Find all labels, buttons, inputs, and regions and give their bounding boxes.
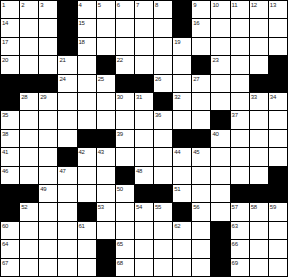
cell-r5c6[interactable]: 25 [97,75,115,92]
clue-number: 67 [2,259,8,267]
cell-r9c10[interactable]: 44 [173,148,191,165]
cell-r6c12[interactable] [211,93,229,110]
cell-r14c5[interactable] [78,240,96,257]
clue-number: 61 [79,222,85,230]
black-square-r5c7 [116,75,134,92]
clue-number: 16 [193,19,199,27]
clue-number: 5 [98,1,101,9]
black-square-r5c14 [250,75,268,92]
clue-number: 23 [212,56,218,64]
cell-r1c9[interactable]: 8 [154,1,172,18]
cell-r5c11[interactable]: 27 [192,75,210,92]
cell-r5c13[interactable] [231,75,249,92]
clue-number: 43 [98,148,104,156]
cell-r10c4[interactable]: 47 [58,167,76,184]
cell-r10c6[interactable] [97,167,115,184]
clue-number: 14 [2,19,8,27]
cell-r12c8[interactable]: 54 [135,203,153,220]
cell-r15c10[interactable] [173,259,191,276]
cell-r1c15[interactable]: 13 [269,1,287,18]
black-square-r15c6 [97,259,115,276]
cell-r7c4[interactable] [58,111,76,128]
black-square-r8c6 [97,130,115,147]
cell-r2c9[interactable] [154,19,172,36]
cell-r15c13[interactable]: 69 [231,259,249,276]
clue-number: 51 [174,185,180,193]
clue-number: 68 [117,259,123,267]
cell-r9c14[interactable] [250,148,268,165]
cell-r3c11[interactable] [192,38,210,55]
cell-r3c13[interactable] [231,38,249,55]
cell-r13c1[interactable]: 60 [1,222,19,239]
cell-r13c15[interactable] [269,222,287,239]
clue-number: 10 [212,1,218,9]
clue-number: 19 [174,38,180,46]
black-square-r11c1 [1,185,19,202]
cell-r7c2[interactable] [20,111,38,128]
cell-r5c10[interactable] [173,75,191,92]
black-square-r10c7 [116,167,134,184]
cell-r15c11[interactable] [192,259,210,276]
cell-r6c8[interactable]: 31 [135,93,153,110]
clue-number: 58 [251,203,257,211]
cell-r15c2[interactable] [20,259,38,276]
cell-r11c4[interactable] [58,185,76,202]
cell-r1c13[interactable]: 11 [231,1,249,18]
cell-r15c5[interactable] [78,259,96,276]
cell-r3c14[interactable] [250,38,268,55]
cell-r14c1[interactable]: 64 [1,240,19,257]
cell-r1c1[interactable]: 1 [1,1,19,18]
cell-r9c9[interactable] [154,148,172,165]
clue-number: 52 [21,203,27,211]
cell-r3c10[interactable]: 19 [173,38,191,55]
cell-r1c14[interactable]: 12 [250,1,268,18]
cell-r2c7[interactable] [116,19,134,36]
cell-r12c14[interactable]: 58 [250,203,268,220]
clue-number: 38 [2,130,8,138]
cell-r15c7[interactable]: 68 [116,259,134,276]
clue-number: 4 [79,1,82,9]
cell-r3c9[interactable] [154,38,172,55]
cell-r4c4[interactable]: 21 [58,56,76,73]
cell-r10c1[interactable]: 46 [1,167,19,184]
cell-r14c14[interactable] [250,240,268,257]
cell-r10c11[interactable] [192,167,210,184]
cell-r11c5[interactable] [78,185,96,202]
cell-r4c5[interactable] [78,56,96,73]
black-square-r11c13 [231,185,249,202]
clue-number: 24 [59,75,65,83]
cell-r7c11[interactable] [192,111,210,128]
cell-r9c8[interactable] [135,148,153,165]
cell-r13c14[interactable] [250,222,268,239]
clue-number: 49 [40,185,46,193]
cell-r1c11[interactable]: 9 [192,1,210,18]
black-square-r5c2 [20,75,38,92]
clue-number: 57 [232,203,238,211]
black-square-r6c9 [154,93,172,110]
cell-r12c6[interactable]: 53 [97,203,115,220]
black-square-r11c9 [154,185,172,202]
clue-number: 17 [2,38,8,46]
clue-number: 44 [174,148,180,156]
cell-r7c10[interactable] [173,111,191,128]
black-square-r11c8 [135,185,153,202]
cell-r12c9[interactable]: 55 [154,203,172,220]
cell-r14c8[interactable] [135,240,153,257]
clue-number: 13 [270,1,276,9]
clue-number: 42 [79,148,85,156]
clue-number: 8 [155,1,158,9]
cell-r3c5[interactable]: 18 [78,38,96,55]
cell-r1c7[interactable]: 6 [116,1,134,18]
black-square-r8c10 [173,130,191,147]
clue-number: 3 [40,1,43,9]
clue-number: 27 [193,75,199,83]
cell-r15c1[interactable]: 67 [1,259,19,276]
cell-r2c2[interactable] [20,19,38,36]
cell-r10c14[interactable] [250,167,268,184]
cell-r3c2[interactable] [20,38,38,55]
cell-r6c13[interactable] [231,93,249,110]
clue-number: 21 [59,56,65,64]
cell-r7c1[interactable]: 35 [1,111,19,128]
cell-r7c7[interactable] [116,111,134,128]
clue-number: 54 [136,203,142,211]
cell-r6c6[interactable] [97,93,115,110]
black-square-r4c6 [97,56,115,73]
cell-r9c3[interactable] [39,148,57,165]
clue-number: 64 [2,240,8,248]
cell-r14c7[interactable]: 65 [116,240,134,257]
cell-r7c13[interactable]: 37 [231,111,249,128]
black-square-r10c15 [269,167,287,184]
cell-r3c3[interactable] [39,38,57,55]
cell-r15c14[interactable] [250,259,268,276]
cell-r14c13[interactable]: 66 [231,240,249,257]
clue-number: 56 [193,203,199,211]
cell-r1c2[interactable]: 2 [20,1,38,18]
clue-number: 6 [117,1,120,9]
cell-r6c10[interactable]: 32 [173,93,191,110]
black-square-r11c14 [250,185,268,202]
clue-number: 53 [98,203,104,211]
black-square-r5c1 [1,75,19,92]
clue-number: 69 [232,259,238,267]
cell-r12c2[interactable]: 52 [20,203,38,220]
black-square-r11c15 [269,185,287,202]
cell-r2c5[interactable]: 15 [78,19,96,36]
cell-r8c15[interactable] [269,130,287,147]
cell-r9c11[interactable]: 45 [192,148,210,165]
black-square-r5c3 [39,75,57,92]
cell-r10c9[interactable] [154,167,172,184]
cell-r12c4[interactable] [58,203,76,220]
clue-number: 7 [136,1,139,9]
cell-r3c7[interactable] [116,38,134,55]
cell-r11c7[interactable]: 50 [116,185,134,202]
cell-r2c15[interactable] [269,19,287,36]
cell-r5c5[interactable] [78,75,96,92]
cell-r11c11[interactable] [192,185,210,202]
clue-number: 34 [270,93,276,101]
cell-r6c4[interactable] [58,93,76,110]
cell-r14c9[interactable] [154,240,172,257]
cell-r1c8[interactable]: 7 [135,1,153,18]
clue-number: 62 [174,222,180,230]
clue-number: 9 [193,1,196,9]
clue-number: 65 [117,240,123,248]
cell-r9c2[interactable] [20,148,38,165]
cell-r5c12[interactable] [211,75,229,92]
cell-r13c7[interactable] [116,222,134,239]
clue-number: 60 [2,222,8,230]
clue-number: 48 [136,167,142,175]
cell-r4c12[interactable]: 23 [211,56,229,73]
cell-r9c12[interactable] [211,148,229,165]
cell-r9c1[interactable]: 41 [1,148,19,165]
clue-number: 59 [270,203,276,211]
cell-r4c7[interactable]: 22 [116,56,134,73]
clue-number: 11 [232,1,238,9]
cell-r4c1[interactable]: 20 [1,56,19,73]
clue-number: 20 [2,56,8,64]
cell-r7c8[interactable] [135,111,153,128]
clue-number: 2 [21,1,24,9]
cell-r6c2[interactable]: 28 [20,93,38,110]
clue-number: 35 [2,111,8,119]
black-square-r2c4 [58,19,76,36]
black-square-r14c12 [211,240,229,257]
cell-r10c2[interactable] [20,167,38,184]
cell-r13c4[interactable] [58,222,76,239]
clue-number: 39 [117,130,123,138]
cell-r13c13[interactable]: 63 [231,222,249,239]
clue-number: 47 [59,167,65,175]
black-square-r5c8 [135,75,153,92]
cell-r12c3[interactable] [39,203,57,220]
cell-r14c2[interactable] [20,240,38,257]
black-square-r8c11 [192,130,210,147]
clue-number: 40 [212,130,218,138]
cell-r8c8[interactable] [135,130,153,147]
cell-r7c6[interactable] [97,111,115,128]
cell-r13c9[interactable] [154,222,172,239]
cell-r14c15[interactable] [269,240,287,257]
cell-r10c10[interactable] [173,167,191,184]
cell-r10c5[interactable] [78,167,96,184]
cell-r6c15[interactable]: 34 [269,93,287,110]
cell-r3c12[interactable] [211,38,229,55]
cell-r9c6[interactable]: 43 [97,148,115,165]
cell-r1c5[interactable]: 4 [78,1,96,18]
black-square-r7c12 [211,111,229,128]
cell-r1c6[interactable]: 5 [97,1,115,18]
cell-r2c13[interactable] [231,19,249,36]
cell-r9c7[interactable] [116,148,134,165]
cell-r13c10[interactable]: 62 [173,222,191,239]
cell-r3c15[interactable] [269,38,287,55]
clue-number: 36 [155,111,161,119]
cell-r6c7[interactable]: 30 [116,93,134,110]
black-square-r12c1 [1,203,19,220]
cell-r13c3[interactable] [39,222,57,239]
cell-r15c4[interactable] [58,259,76,276]
clue-number: 22 [117,56,123,64]
cell-r8c9[interactable] [154,130,172,147]
cell-r4c14[interactable] [250,56,268,73]
cell-r2c12[interactable] [211,19,229,36]
cell-r7c9[interactable]: 36 [154,111,172,128]
black-square-r13c12 [211,222,229,239]
cell-r7c3[interactable] [39,111,57,128]
clue-number: 12 [251,1,257,9]
black-square-r9c4 [58,148,76,165]
clue-number: 32 [174,93,180,101]
clue-number: 55 [155,203,161,211]
black-square-r4c11 [192,56,210,73]
cell-r13c2[interactable] [20,222,38,239]
black-square-r1c4 [58,1,76,18]
clue-number: 33 [251,93,257,101]
black-square-r2c10 [173,19,191,36]
black-square-r8c5 [78,130,96,147]
cell-r15c8[interactable] [135,259,153,276]
cell-r6c5[interactable] [78,93,96,110]
cell-r4c10[interactable] [173,56,191,73]
cell-r2c1[interactable]: 14 [1,19,19,36]
cell-r8c4[interactable] [58,130,76,147]
cell-r7c15[interactable] [269,111,287,128]
cell-r3c8[interactable] [135,38,153,55]
clue-number: 25 [98,75,104,83]
black-square-r11c2 [20,185,38,202]
clue-number: 46 [2,167,8,175]
clue-number: 66 [232,240,238,248]
cell-r13c11[interactable] [192,222,210,239]
cell-r5c9[interactable]: 26 [154,75,172,92]
cell-r8c7[interactable]: 39 [116,130,134,147]
cell-r9c5[interactable]: 42 [78,148,96,165]
cell-r8c14[interactable] [250,130,268,147]
clue-number: 18 [79,38,85,46]
cell-r4c2[interactable] [20,56,38,73]
clue-number: 29 [40,93,46,101]
cell-r12c7[interactable] [116,203,134,220]
cell-r12c11[interactable]: 56 [192,203,210,220]
cell-r12c12[interactable] [211,203,229,220]
cell-r8c3[interactable] [39,130,57,147]
cell-r15c9[interactable] [154,259,172,276]
cell-r1c3[interactable]: 3 [39,1,57,18]
cell-r3c6[interactable] [97,38,115,55]
cell-r10c8[interactable]: 48 [135,167,153,184]
cell-r13c6[interactable] [97,222,115,239]
cell-r1c12[interactable]: 10 [211,1,229,18]
cell-r6c14[interactable]: 33 [250,93,268,110]
black-square-r5c15 [269,75,287,92]
clue-number: 37 [232,111,238,119]
clue-number: 30 [117,93,123,101]
cell-r12c15[interactable]: 59 [269,203,287,220]
cell-r9c15[interactable] [269,148,287,165]
cell-r4c8[interactable] [135,56,153,73]
clue-number: 41 [2,148,8,156]
black-square-r14c6 [97,240,115,257]
cell-r11c10[interactable]: 51 [173,185,191,202]
cell-r4c9[interactable] [154,56,172,73]
cell-r9c13[interactable] [231,148,249,165]
cell-r13c8[interactable] [135,222,153,239]
cell-r2c8[interactable] [135,19,153,36]
cell-r8c12[interactable]: 40 [211,130,229,147]
cell-r15c15[interactable] [269,259,287,276]
black-square-r12c10 [173,203,191,220]
cell-r14c4[interactable] [58,240,76,257]
cell-r11c6[interactable] [97,185,115,202]
cell-r2c11[interactable]: 16 [192,19,210,36]
cell-r14c3[interactable] [39,240,57,257]
cell-r8c1[interactable]: 38 [1,130,19,147]
clue-number: 26 [155,75,161,83]
cell-r2c3[interactable] [39,19,57,36]
cell-r10c13[interactable] [231,167,249,184]
cell-r2c14[interactable] [250,19,268,36]
cell-r5c4[interactable]: 24 [58,75,76,92]
cell-r8c13[interactable] [231,130,249,147]
cell-r13c5[interactable]: 61 [78,222,96,239]
clue-number: 28 [21,93,27,101]
cell-r3c1[interactable]: 17 [1,38,19,55]
cell-r11c3[interactable]: 49 [39,185,57,202]
cell-r11c12[interactable] [211,185,229,202]
black-square-r15c12 [211,259,229,276]
clue-number: 50 [117,185,123,193]
cell-r2c6[interactable] [97,19,115,36]
cell-r15c3[interactable] [39,259,57,276]
black-square-r1c10 [173,1,191,18]
clue-number: 45 [193,148,199,156]
black-square-r6c1 [1,93,19,110]
cell-r4c13[interactable] [231,56,249,73]
cell-r6c3[interactable]: 29 [39,93,57,110]
black-square-r12c5 [78,203,96,220]
cell-r7c14[interactable] [250,111,268,128]
cell-r4c3[interactable] [39,56,57,73]
cell-r12c13[interactable]: 57 [231,203,249,220]
cell-r14c10[interactable] [173,240,191,257]
clue-number: 15 [79,19,85,27]
clue-number: 31 [136,93,142,101]
cell-r6c11[interactable] [192,93,210,110]
cell-r10c3[interactable] [39,167,57,184]
black-square-r4c15 [269,56,287,73]
cell-r8c2[interactable] [20,130,38,147]
clue-number: 63 [232,222,238,230]
cell-r10c12[interactable] [211,167,229,184]
clue-number: 1 [2,1,5,9]
crossword-grid: 1234567891011121314151617181920212223242… [0,0,288,277]
black-square-r3c4 [58,38,76,55]
cell-r7c5[interactable] [78,111,96,128]
cell-r14c11[interactable] [192,240,210,257]
